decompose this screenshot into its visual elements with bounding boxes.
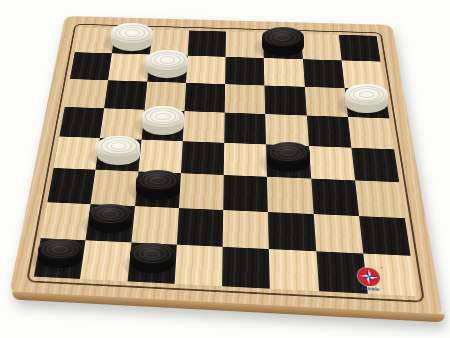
- black-piece-c3[interactable]: [136, 170, 179, 199]
- square-g8[interactable]: [301, 34, 342, 61]
- piece-top-face: [38, 239, 82, 260]
- square-e6[interactable]: [225, 84, 266, 114]
- square-e1[interactable]: [222, 247, 270, 289]
- piece-ring: [52, 246, 68, 254]
- square-g7[interactable]: [303, 59, 345, 88]
- square-d7[interactable]: [186, 56, 226, 84]
- piece-ring: [103, 210, 119, 217]
- square-a6[interactable]: [65, 79, 109, 108]
- black-piece-c1[interactable]: [130, 243, 174, 273]
- piece-ring: [144, 250, 160, 258]
- square-c2[interactable]: [131, 206, 179, 245]
- square-e2[interactable]: [223, 210, 269, 249]
- estrela-brand-text: Estrela: [361, 286, 380, 291]
- piece-ring: [160, 56, 175, 63]
- piece-top-face: [136, 170, 179, 191]
- white-piece-h6[interactable]: [345, 84, 388, 113]
- black-piece-f8[interactable]: [262, 27, 304, 56]
- square-g3[interactable]: [311, 179, 359, 216]
- square-b6[interactable]: [104, 80, 147, 110]
- star-compass-icon: [357, 267, 381, 287]
- square-d1[interactable]: [174, 244, 222, 286]
- piece-ring: [155, 113, 170, 120]
- white-piece-b8[interactable]: [111, 23, 153, 51]
- square-d3[interactable]: [179, 173, 224, 209]
- piece-top-face: [345, 84, 388, 104]
- white-piece-c7[interactable]: [146, 50, 188, 79]
- square-h3[interactable]: [355, 181, 405, 218]
- square-e5[interactable]: [224, 112, 266, 144]
- estrela-star-icon: ®: [357, 267, 381, 287]
- black-piece-a1[interactable]: [38, 239, 82, 269]
- square-g2[interactable]: [313, 214, 363, 254]
- piece-ring: [359, 91, 374, 98]
- white-piece-b4[interactable]: [97, 136, 140, 165]
- square-c4[interactable]: [138, 140, 183, 174]
- square-d4[interactable]: [181, 141, 225, 175]
- estrela-logo: ® Estrela: [352, 267, 388, 298]
- square-e3[interactable]: [223, 175, 268, 212]
- board-perspective-wrapper: ® Estrela: [0, 0, 450, 338]
- piece-ring: [125, 29, 140, 36]
- square-f6[interactable]: [265, 85, 307, 115]
- piece-top-face: [111, 23, 153, 43]
- square-a7[interactable]: [70, 52, 112, 80]
- square-a3[interactable]: [47, 168, 95, 204]
- square-d5[interactable]: [183, 111, 225, 143]
- square-e7[interactable]: [225, 57, 264, 85]
- white-piece-c5[interactable]: [142, 106, 184, 135]
- square-a5[interactable]: [59, 107, 104, 138]
- square-g5[interactable]: [306, 115, 351, 147]
- piece-top-face: [97, 136, 140, 156]
- square-f7[interactable]: [264, 58, 305, 86]
- piece-top-face: [267, 142, 310, 163]
- piece-ring: [275, 34, 290, 41]
- square-d2[interactable]: [177, 208, 224, 247]
- square-f2[interactable]: [268, 212, 316, 251]
- piece-top-face: [142, 106, 184, 126]
- black-piece-f4[interactable]: [267, 142, 310, 171]
- square-d6[interactable]: [184, 83, 225, 113]
- square-h8[interactable]: [339, 35, 381, 62]
- square-h5[interactable]: [348, 117, 394, 150]
- square-g4[interactable]: [309, 146, 355, 181]
- square-f5[interactable]: [265, 114, 308, 146]
- square-d8[interactable]: [187, 30, 225, 56]
- piece-ring: [111, 142, 126, 149]
- square-h4[interactable]: [351, 148, 399, 183]
- registered-mark: ®: [380, 266, 383, 270]
- scene: ® Estrela: [0, 0, 450, 338]
- square-h2[interactable]: [359, 216, 411, 256]
- checkers-board: ® Estrela: [9, 16, 443, 317]
- square-f3[interactable]: [267, 177, 313, 214]
- square-f1[interactable]: [269, 249, 319, 291]
- black-piece-b2[interactable]: [89, 204, 132, 233]
